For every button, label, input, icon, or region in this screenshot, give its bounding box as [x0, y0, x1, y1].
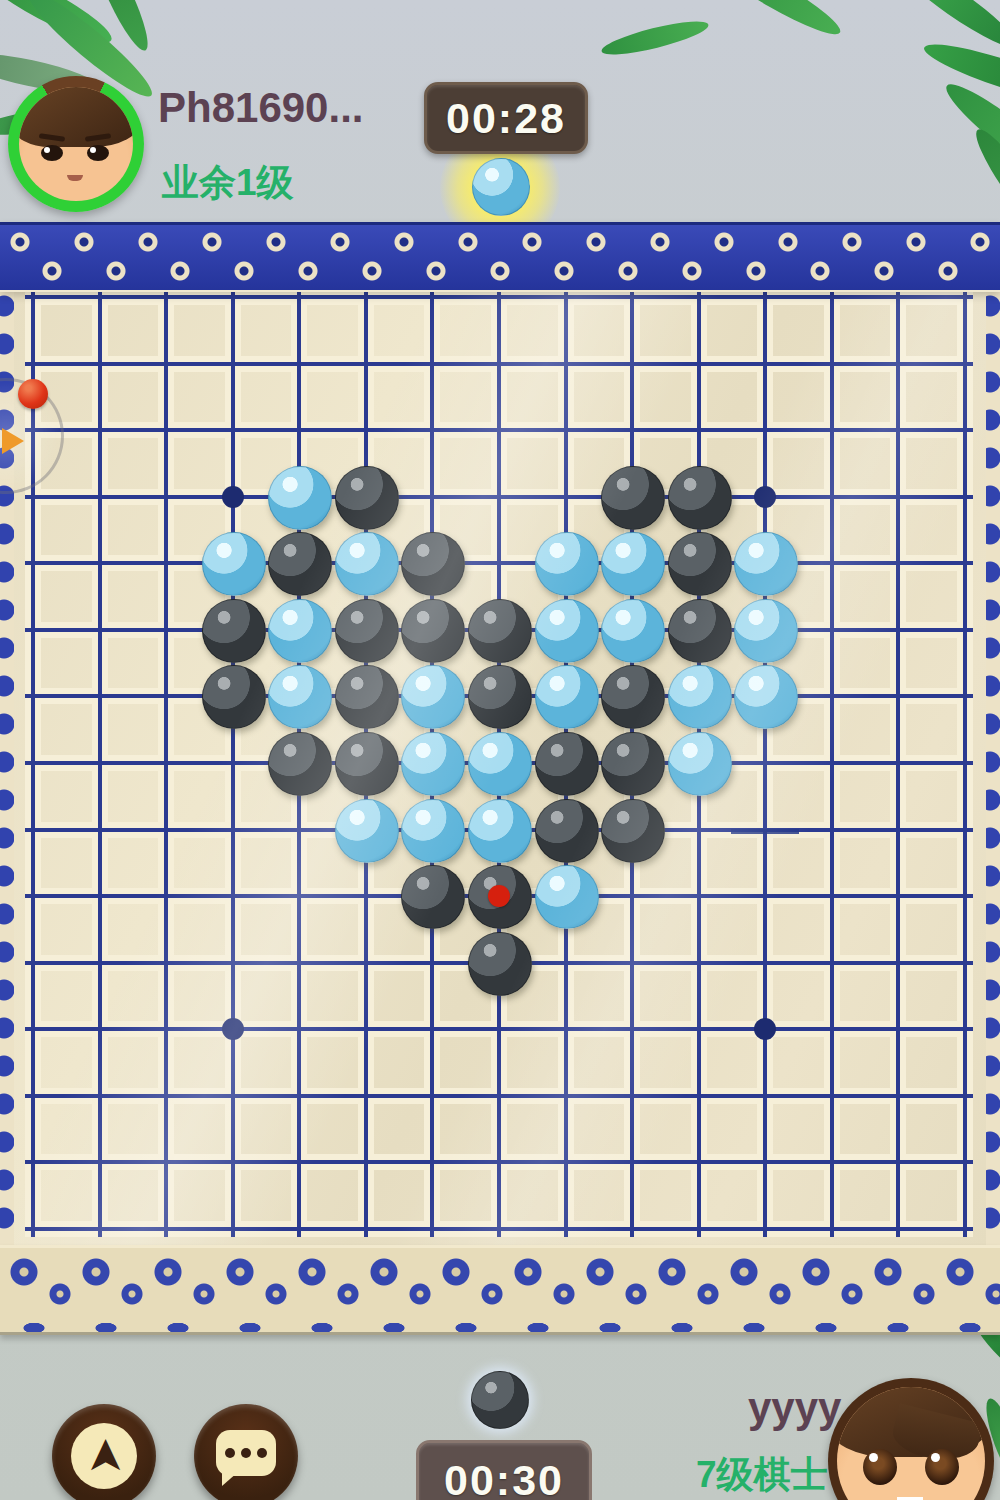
- board-border-right-beads: [986, 287, 1000, 1245]
- top-avatar-eye: [87, 145, 109, 161]
- bamboo-leaf: [704, 0, 847, 44]
- board-border-bottom-pattern: [0, 1245, 1000, 1335]
- edge-arrow-icon[interactable]: [2, 428, 24, 454]
- top-player-rank: 业余1级: [162, 158, 294, 208]
- top-player-avatar[interactable]: [8, 76, 144, 212]
- top-avatar-face: [19, 87, 133, 201]
- top-avatar-eye: [41, 145, 63, 161]
- top-avatar-mouth: [67, 175, 83, 181]
- game-screen: Ph81690... 业余1级 00:28 ➤ 00:30 yyyy 7级棋士: [0, 0, 1000, 1500]
- edge-red-dot: [18, 379, 48, 409]
- bottom-player-name: yyyy: [748, 1384, 841, 1432]
- bottom-avatar-eye: [863, 1449, 897, 1485]
- bottom-player-avatar[interactable]: [828, 1378, 994, 1500]
- top-player-timer: 00:28: [424, 82, 588, 154]
- board-border-top-pattern: [0, 222, 1000, 292]
- board-grid[interactable]: [25, 289, 973, 1237]
- bottom-avatar-face: [837, 1387, 985, 1500]
- collapse-button[interactable]: ➤: [52, 1404, 156, 1500]
- top-avatar-hair: [19, 87, 133, 147]
- bottom-avatar-hair: [837, 1387, 985, 1457]
- chat-bubble-icon: [216, 1430, 276, 1476]
- chat-button[interactable]: [194, 1404, 298, 1500]
- grid-line-artifact: [731, 829, 799, 834]
- bottom-player-timer: 00:30: [416, 1440, 592, 1500]
- top-player-name: Ph81690...: [158, 84, 363, 132]
- turn-indicator-stone-light: [472, 158, 530, 216]
- up-arrow-icon: ➤: [71, 1423, 137, 1489]
- bottom-player-rank: 7级棋士: [696, 1450, 828, 1500]
- bamboo-leaf: [599, 15, 711, 61]
- bottom-side-stone-dark: [471, 1371, 529, 1429]
- bottom-avatar-eye: [925, 1449, 959, 1485]
